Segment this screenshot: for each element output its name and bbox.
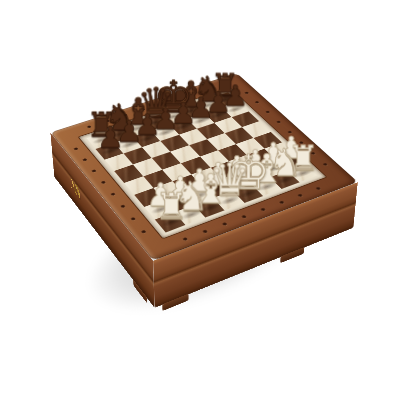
- frame-peg-hole: [110, 192, 116, 196]
- frame-peg-hole: [316, 187, 322, 191]
- frame-peg-hole: [73, 147, 78, 150]
- frame-peg-hole: [182, 237, 188, 241]
- frame-peg-hole: [82, 158, 87, 161]
- square-d6: [161, 135, 189, 152]
- brown-pawn: ♟: [97, 123, 124, 153]
- frame-peg-hole: [323, 163, 329, 166]
- frame-peg-hole: [222, 222, 228, 226]
- frame-peg-hole: [141, 230, 147, 234]
- product-photo: ♜♞♝♛♚♝♞♜♟♟♟♟♟♟♟♟♟♟♟♟♟♟♟♟♜♞♝♛♚♝♞♜: [0, 0, 400, 400]
- frame-peg-hole: [276, 120, 281, 123]
- frame-peg-hole: [101, 181, 107, 185]
- frame-peg-hole: [91, 169, 96, 172]
- chess-box: ♜♞♝♛♚♝♞♜♟♟♟♟♟♟♟♟♟♟♟♟♟♟♟♟♜♞♝♛♚♝♞♜: [50, 73, 358, 261]
- frame-peg-hole: [298, 193, 304, 197]
- frame-peg-hole: [279, 200, 285, 204]
- frame-peg-hole: [120, 205, 126, 209]
- square-a7: ♟: [96, 143, 124, 160]
- frame-peg-hole: [260, 208, 266, 212]
- square-a1: ♜: [155, 212, 186, 232]
- frame-peg-hole: [130, 217, 136, 221]
- frame-peg-hole: [254, 101, 259, 104]
- frame-peg-hole: [265, 110, 270, 113]
- frame-peg-hole: [202, 230, 208, 234]
- frame-peg-hole: [241, 215, 247, 219]
- brass-latch: [70, 177, 80, 200]
- white-rook: ♜: [154, 187, 187, 224]
